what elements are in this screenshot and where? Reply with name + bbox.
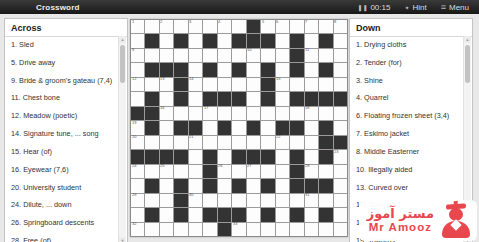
grid-cell[interactable] [218,194,231,207]
graduate-mascot-icon [439,202,473,238]
grid-cell[interactable] [218,179,231,192]
grid-cell[interactable] [174,136,187,149]
grid-cell[interactable] [290,194,303,207]
black-cell [203,34,216,47]
grid-cell[interactable] [160,49,173,62]
grid-cell[interactable] [305,150,318,163]
grid-cell[interactable] [276,194,289,207]
cell-number: 32 [132,222,136,227]
grid-cell[interactable] [276,165,289,178]
grid-cell[interactable] [334,49,347,62]
black-cell [319,63,332,76]
grid-cell[interactable] [160,92,173,105]
grid-cell[interactable] [218,49,231,62]
black-cell [261,78,274,91]
grid-cell[interactable] [189,107,202,120]
cell-number: 5 [262,20,264,25]
black-cell [290,63,303,76]
grid-cell[interactable] [131,34,144,47]
scrollbar-thumb[interactable] [465,45,470,83]
grid-cell[interactable] [334,179,347,192]
grid-cell[interactable] [276,34,289,47]
grid-cell[interactable] [334,208,347,221]
clue-item[interactable]: 13. Curved over [356,183,460,192]
cell-number: 6 [276,20,278,25]
grid-cell[interactable] [232,20,245,33]
grid-cell[interactable] [305,136,318,149]
black-cell [232,63,245,76]
black-cell [218,208,231,221]
cell-number: 18 [305,106,309,111]
scroll-up-icon[interactable]: ▲ [119,36,126,43]
crossword-grid[interactable]: 1234567891011121314151617181920212223242… [130,19,348,237]
clue-item[interactable]: 1. Drying cloths [356,40,460,49]
black-cell [174,150,187,163]
clue-item[interactable]: 7. Eskimo jacket [356,129,460,138]
grid-cell[interactable] [131,179,144,192]
grid-cell[interactable] [261,121,274,134]
across-scrollbar[interactable]: ▲ ▼ [118,36,126,242]
grid-cell[interactable]: 5 [261,20,274,33]
grid-cell[interactable] [232,78,245,91]
black-cell [247,34,260,47]
grid-cell[interactable] [232,121,245,134]
grid-cell[interactable]: 29 [131,194,144,207]
black-cell [174,92,187,105]
grid-cell[interactable] [334,63,347,76]
grid-cell[interactable] [276,92,289,105]
grid-cell[interactable] [145,165,158,178]
black-cell [203,208,216,221]
black-cell [319,150,332,163]
clue-item[interactable]: 9. Bride & groom's gateau (7,4) [11,76,115,85]
black-cell [232,34,245,47]
black-cell [290,179,303,192]
black-cell [203,92,216,105]
brand-text-farsi: مستر آموز [367,206,434,221]
clue-item[interactable]: 24. Dilute, ... down [11,200,115,209]
grid-cell[interactable] [189,208,202,221]
clue-item[interactable]: 28. Free (of) [11,236,115,242]
clue-item[interactable]: 16. Eyewear (7,6) [11,165,115,174]
across-clue-list: 1. Sled5. Drive away9. Bride & groom's g… [5,35,127,242]
grid-cell[interactable] [174,107,187,120]
grid-cell[interactable] [232,165,245,178]
grid-cell[interactable]: 7 [305,20,318,33]
clue-item[interactable]: 20. University student [11,183,115,192]
menu-label: Menu [449,3,469,12]
clue-item[interactable]: 11. Chest bone [11,93,115,102]
black-cell [290,92,303,105]
black-cell [145,179,158,192]
clue-item[interactable]: 15. Hear (of) [11,147,115,156]
black-cell [290,208,303,221]
grid-cell[interactable]: 15 [276,78,289,91]
pause-icon[interactable]: ❚❚ [357,4,367,11]
grid-cell[interactable] [305,34,318,47]
black-cell [145,107,158,120]
black-cell [145,34,158,47]
grid-cell[interactable] [334,78,347,91]
black-cell [145,63,158,76]
grid-cell[interactable]: 8 [334,20,347,33]
grid-cell[interactable] [203,136,216,149]
grid-cell[interactable] [261,223,274,236]
grid-cell[interactable]: 24 [131,165,144,178]
clue-item[interactable]: 6. Floating frozen sheet (3,4) [356,111,460,120]
cell-number: 12 [132,77,136,82]
clue-item[interactable]: 12. Meadow (poetic) [11,111,115,120]
grid-cell[interactable] [276,150,289,163]
grid-cell[interactable]: 4 [218,20,231,33]
cell-number: 26 [218,164,222,169]
grid-cell[interactable] [203,121,216,134]
black-cell [218,223,231,236]
black-cell [290,34,303,47]
grid-cell[interactable] [305,78,318,91]
grid-cell[interactable] [290,223,303,236]
cell-number: 28 [305,164,309,169]
grid-cell[interactable] [145,194,158,207]
black-cell [218,121,231,134]
black-cell [160,63,173,76]
grid-cell[interactable]: 2 [160,20,173,33]
grid-cell[interactable]: 17 [203,107,216,120]
grid-cell[interactable] [261,194,274,207]
grid-cell[interactable] [131,63,144,76]
cell-number: 33 [233,222,237,227]
grid-cell[interactable] [261,107,274,120]
grid-cell[interactable] [203,20,216,33]
grid-cell[interactable] [218,34,231,47]
grid-cell[interactable] [218,78,231,91]
grid-cell[interactable] [247,179,260,192]
cell-number: 3 [189,20,191,25]
grid-cell[interactable]: 32 [131,223,144,236]
hint-icon: ✦ [404,4,409,11]
black-cell [261,63,274,76]
grid-cell[interactable]: 1 [131,20,144,33]
app-title: Crossword [36,3,80,12]
black-cell [261,34,274,47]
grid-cell[interactable]: 26 [218,165,231,178]
grid-cell[interactable] [232,194,245,207]
grid-cell[interactable] [334,34,347,47]
grid-cell[interactable] [290,107,303,120]
black-cell [174,63,187,76]
grid-cell[interactable] [276,63,289,76]
cell-number: 20 [132,135,136,140]
cell-number: 22 [276,135,280,140]
black-cell [305,179,318,192]
grid-cell[interactable]: 31 [305,194,318,207]
grid-cell[interactable] [145,20,158,33]
grid-cell[interactable] [218,107,231,120]
grid-cell[interactable] [247,136,260,149]
grid-cell[interactable] [276,107,289,120]
black-cell [334,92,347,105]
hint-button[interactable]: ✦ Hint [404,3,426,12]
grid-cell[interactable] [290,136,303,149]
black-cell [232,92,245,105]
grid-cell[interactable] [305,63,318,76]
grid-cell[interactable] [261,136,274,149]
grid-cell[interactable]: 27 [247,165,260,178]
grid-cell[interactable] [189,150,202,163]
grid-cell[interactable] [203,194,216,207]
black-cell [174,194,187,207]
grid-cell[interactable] [189,179,202,192]
black-cell [174,179,187,192]
timer-value: 00:15 [370,3,390,12]
black-cell [203,165,216,178]
grid-cell[interactable] [247,223,260,236]
black-cell [319,136,332,149]
black-cell [160,150,173,163]
cell-number: 11 [305,48,309,53]
grid-cell[interactable]: 13 [160,78,173,91]
grid-cell[interactable] [334,165,347,178]
black-cell [247,121,260,134]
grid-cell[interactable] [145,49,158,62]
black-cell [131,107,144,120]
cell-number: 21 [189,135,193,140]
black-cell [203,63,216,76]
grid-cell[interactable] [319,78,332,91]
grid-cell[interactable]: 25 [160,165,173,178]
cell-number: 29 [132,193,136,198]
cell-number: 25 [160,164,164,169]
black-cell [290,121,303,134]
grid-cell[interactable]: 14 [189,78,202,91]
black-cell [174,208,187,221]
cell-number: 30 [189,193,193,198]
black-cell [319,34,332,47]
cell-number: 14 [189,77,193,82]
grid-cell[interactable] [189,49,202,62]
grid-cell[interactable] [203,223,216,236]
grid-cell[interactable] [276,223,289,236]
grid-cell[interactable] [145,78,158,91]
across-panel: Across 1. Sled5. Drive away9. Bride & gr… [4,18,128,242]
grid-cell[interactable] [145,223,158,236]
black-cell [319,208,332,221]
cell-number: 15 [276,77,280,82]
grid-cell[interactable]: 3 [189,20,202,33]
cell-number: 27 [247,164,251,169]
scroll-up-icon[interactable]: ▲ [464,36,471,43]
grid-cell[interactable] [334,194,347,207]
grid-cell[interactable] [189,223,202,236]
cell-number: 2 [160,20,162,25]
grid-cell[interactable] [290,20,303,33]
grid-cell[interactable] [203,78,216,91]
grid-cell[interactable] [334,121,347,134]
black-cell [334,136,347,149]
black-cell [290,150,303,163]
grid-cell[interactable] [319,194,332,207]
black-cell [305,92,318,105]
clue-item[interactable]: 2. Tender (for) [356,58,460,67]
black-cell [290,49,303,62]
grid-cell[interactable] [276,208,289,221]
grid-cell[interactable] [131,208,144,221]
grid-cell[interactable] [290,78,303,91]
grid-cell[interactable] [174,165,187,178]
grid-cell[interactable] [160,223,173,236]
grid-cell[interactable] [334,107,347,120]
black-cell [218,92,231,105]
black-cell [131,150,144,163]
black-cell [247,150,260,163]
grid-cell[interactable] [305,223,318,236]
black-cell [261,208,274,221]
menu-button[interactable]: ≡ Menu [441,2,469,12]
cell-number: 17 [204,106,208,111]
grid-cell[interactable] [319,49,332,62]
grid-cell[interactable] [247,107,260,120]
grid-cell[interactable]: 23 [334,150,347,163]
grid-cell[interactable] [174,49,187,62]
cell-number: 23 [334,150,338,155]
grid-cell[interactable] [232,49,245,62]
grid-cell[interactable] [247,208,260,221]
grid-cell[interactable]: 33 [232,223,245,236]
grid-cell[interactable] [232,136,245,149]
grid-cell[interactable] [174,20,187,33]
grid-cell[interactable]: 16 [160,107,173,120]
grid-cell[interactable] [305,121,318,134]
grid-cell[interactable] [261,165,274,178]
grid-cell[interactable] [218,150,231,163]
grid-cell[interactable] [247,78,260,91]
black-cell [145,92,158,105]
menu-icon: ≡ [441,2,446,12]
grid-cell[interactable]: 18 [305,107,318,120]
grid-cell[interactable]: 9 [131,49,144,62]
grid-cell[interactable] [218,63,231,76]
grid-cell[interactable] [319,107,332,120]
grid-cell[interactable]: 10 [247,49,260,62]
black-cell [174,78,187,91]
black-cell [232,179,245,192]
cell-number: 19 [132,121,136,126]
cell-number: 8 [334,20,336,25]
cell-number: 31 [305,193,309,198]
clue-item[interactable]: 8. Middle Easterner [356,147,460,156]
cell-number: 1 [132,20,134,25]
grid-cell[interactable] [305,208,318,221]
black-cell [319,179,332,192]
scroll-down-icon[interactable]: ▼ [119,237,126,242]
cell-number: 24 [132,164,136,169]
scrollbar-thumb[interactable] [120,45,125,83]
black-cell [232,150,245,163]
grid-cell[interactable] [232,107,245,120]
grid-cell[interactable] [160,194,173,207]
grid-cell[interactable]: 12 [131,78,144,91]
grid-cell[interactable] [247,194,260,207]
grid-cell[interactable]: 28 [305,165,318,178]
mr-amooz-watermark: مستر آموز Mr Amooz [359,200,477,241]
black-cell [290,165,303,178]
black-cell [261,92,274,105]
grid-cell[interactable] [203,49,216,62]
grid-cell[interactable] [276,179,289,192]
grid-cell[interactable] [160,208,173,221]
grid-cell[interactable] [247,92,260,105]
grid-cell[interactable]: 21 [189,136,202,149]
clue-item[interactable]: 1. Sled [11,40,115,49]
grid-cell[interactable]: 6 [276,20,289,33]
top-bar: Crossword ❚❚ 00:15 ✦ Hint ≡ Menu [0,0,479,14]
black-cell [174,121,187,134]
timer[interactable]: ❚❚ 00:15 [357,3,390,12]
grid-cell[interactable] [189,34,202,47]
black-cell [203,179,216,192]
hint-label: Hint [412,3,426,12]
grid-cell[interactable] [131,92,144,105]
black-cell [319,92,332,105]
black-cell [232,208,245,221]
cell-number: 16 [160,106,164,111]
black-cell [189,121,202,134]
black-cell [145,150,158,163]
grid-cell[interactable] [160,121,173,134]
grid-cell[interactable] [319,165,332,178]
grid-cell[interactable]: 11 [305,49,318,62]
clue-item[interactable]: 3. Shine [356,76,460,85]
clue-item[interactable]: 5. Drive away [11,58,115,67]
grid-cell[interactable] [247,63,260,76]
black-cell [276,121,289,134]
clue-item[interactable]: 4. Quarrel [356,93,460,102]
grid-cell[interactable]: 30 [189,194,202,207]
grid-cell[interactable] [276,49,289,62]
grid-cell[interactable] [145,136,158,149]
cell-number: 7 [305,20,307,25]
black-cell [203,150,216,163]
black-cell [319,121,332,134]
grid-cell[interactable] [189,92,202,105]
grid-cell[interactable] [319,223,332,236]
clue-item[interactable]: 14. Signature tune, ... song [11,129,115,138]
grid-cell[interactable] [160,34,173,47]
cell-number: 9 [132,48,134,53]
grid-cell[interactable] [160,179,173,192]
grid-cell[interactable]: 19 [131,121,144,134]
grid-cell[interactable] [334,223,347,236]
grid-cell[interactable] [189,63,202,76]
black-cell [145,121,158,134]
grid-cell[interactable] [261,49,274,62]
cell-number: 4 [218,20,220,25]
clue-item[interactable]: 26. Springboard descents [11,218,115,227]
grid-cell[interactable] [174,223,187,236]
cell-number: 13 [160,77,164,82]
clue-item[interactable]: 10. Illegally aided [356,165,460,174]
grid-cell[interactable] [160,136,173,149]
black-cell [174,34,187,47]
grid-cell[interactable] [319,20,332,33]
grid-cell[interactable]: 22 [276,136,289,149]
cell-number: 10 [247,48,251,53]
grid-cell[interactable] [189,165,202,178]
brand-text-english: Mr Amooz [367,221,434,234]
grid-cell[interactable]: 20 [131,136,144,149]
grid-cell[interactable] [218,136,231,149]
black-cell [261,179,274,192]
